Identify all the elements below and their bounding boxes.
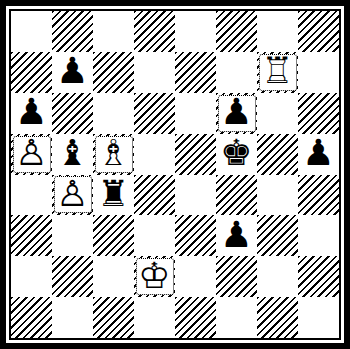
square-f2[interactable]: [216, 256, 257, 297]
square-c6[interactable]: [93, 93, 134, 134]
square-a2[interactable]: [11, 256, 52, 297]
white-pawn-a5[interactable]: ♙: [13, 136, 51, 173]
square-e7[interactable]: [175, 52, 216, 93]
square-h3[interactable]: [298, 215, 339, 256]
square-e5[interactable]: [175, 134, 216, 175]
square-f7[interactable]: [216, 52, 257, 93]
square-a5[interactable]: ♙: [11, 134, 52, 175]
square-d1[interactable]: [134, 297, 175, 338]
square-e4[interactable]: [175, 175, 216, 216]
square-g4[interactable]: [257, 175, 298, 216]
square-b1[interactable]: [52, 297, 93, 338]
square-d4[interactable]: [134, 175, 175, 216]
black-pawn-f3[interactable]: ♟: [220, 217, 252, 255]
square-g6[interactable]: [257, 93, 298, 134]
square-h4[interactable]: [298, 175, 339, 216]
square-a7[interactable]: [11, 52, 52, 93]
square-c1[interactable]: [93, 297, 134, 338]
square-f1[interactable]: [216, 297, 257, 338]
square-d8[interactable]: [134, 11, 175, 52]
square-a1[interactable]: [11, 297, 52, 338]
square-b7[interactable]: ♟: [52, 52, 93, 93]
square-a3[interactable]: [11, 215, 52, 256]
square-h7[interactable]: [298, 52, 339, 93]
board-border: ♟♖♟♟♙♝♗♚♟♙♜♟♔: [9, 9, 341, 340]
square-e1[interactable]: [175, 297, 216, 338]
square-f6[interactable]: ♟: [216, 93, 257, 134]
black-pawn-f6[interactable]: ♟: [218, 95, 256, 132]
square-b5[interactable]: ♝: [52, 134, 93, 175]
white-pawn-b4[interactable]: ♙: [54, 176, 92, 213]
black-pawn-a6[interactable]: ♟: [15, 94, 47, 132]
square-c5[interactable]: ♗: [93, 134, 134, 175]
square-c7[interactable]: [93, 52, 134, 93]
square-h6[interactable]: [298, 93, 339, 134]
black-bishop-b5[interactable]: ♝: [56, 135, 88, 173]
white-king-d2[interactable]: ♔: [136, 258, 174, 295]
square-f8[interactable]: [216, 11, 257, 52]
square-e8[interactable]: [175, 11, 216, 52]
square-h2[interactable]: [298, 256, 339, 297]
square-c2[interactable]: [93, 256, 134, 297]
square-b6[interactable]: [52, 93, 93, 134]
square-c8[interactable]: [93, 11, 134, 52]
square-g8[interactable]: [257, 11, 298, 52]
square-h1[interactable]: [298, 297, 339, 338]
black-rook-c4[interactable]: ♜: [97, 176, 129, 214]
chess-board: ♟♖♟♟♙♝♗♚♟♙♜♟♔: [11, 11, 339, 338]
square-e6[interactable]: [175, 93, 216, 134]
square-g2[interactable]: [257, 256, 298, 297]
square-g3[interactable]: [257, 215, 298, 256]
square-g5[interactable]: [257, 134, 298, 175]
square-f4[interactable]: [216, 175, 257, 216]
square-a4[interactable]: [11, 175, 52, 216]
black-king-f5[interactable]: ♚: [220, 135, 252, 173]
square-b8[interactable]: [52, 11, 93, 52]
square-g7[interactable]: ♖: [257, 52, 298, 93]
black-pawn-h5[interactable]: ♟: [302, 135, 334, 173]
square-d2[interactable]: ♔: [134, 256, 175, 297]
square-g1[interactable]: [257, 297, 298, 338]
square-d6[interactable]: [134, 93, 175, 134]
square-b2[interactable]: [52, 256, 93, 297]
square-b4[interactable]: ♙: [52, 175, 93, 216]
square-f5[interactable]: ♚: [216, 134, 257, 175]
square-a8[interactable]: [11, 11, 52, 52]
square-f3[interactable]: ♟: [216, 215, 257, 256]
square-c4[interactable]: ♜: [93, 175, 134, 216]
black-pawn-b7[interactable]: ♟: [56, 53, 88, 91]
square-d5[interactable]: [134, 134, 175, 175]
square-d3[interactable]: [134, 215, 175, 256]
white-bishop-c5[interactable]: ♗: [95, 136, 133, 173]
square-b3[interactable]: [52, 215, 93, 256]
square-h8[interactable]: [298, 11, 339, 52]
diagram-outer-frame: ♟♖♟♟♙♝♗♚♟♙♜♟♔: [0, 0, 350, 349]
square-h5[interactable]: ♟: [298, 134, 339, 175]
square-e2[interactable]: [175, 256, 216, 297]
square-a6[interactable]: ♟: [11, 93, 52, 134]
square-e3[interactable]: [175, 215, 216, 256]
white-rook-g7[interactable]: ♖: [259, 54, 297, 91]
square-d7[interactable]: [134, 52, 175, 93]
square-c3[interactable]: [93, 215, 134, 256]
